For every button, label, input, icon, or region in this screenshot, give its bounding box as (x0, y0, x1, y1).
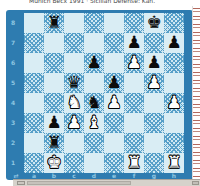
square-h8[interactable] (164, 13, 184, 33)
square-g1[interactable] (144, 153, 164, 173)
square-a6[interactable] (24, 53, 44, 73)
square-h2[interactable] (164, 133, 184, 153)
square-f6[interactable]: ♟ (124, 53, 144, 73)
white-knight[interactable]: ♞ (64, 93, 84, 113)
square-g3[interactable] (144, 113, 164, 133)
square-h5[interactable] (164, 73, 184, 93)
square-f8[interactable] (124, 13, 144, 33)
square-f1[interactable]: ♜ (124, 153, 144, 173)
horizontal-scrollbar[interactable] (13, 179, 200, 186)
square-c5[interactable]: ♛ (64, 73, 84, 93)
square-d6[interactable]: ♟ (84, 53, 104, 73)
square-f2[interactable] (124, 133, 144, 153)
square-d3[interactable]: ♝ (84, 113, 104, 133)
square-d5[interactable] (84, 73, 104, 93)
rank-label-7: 7 (6, 33, 20, 53)
square-a3[interactable] (24, 113, 44, 133)
square-d8[interactable] (84, 13, 104, 33)
black-pawn[interactable]: ♟ (144, 53, 164, 73)
square-c3[interactable]: ♟ (64, 113, 84, 133)
square-a8[interactable] (24, 13, 44, 33)
square-f5[interactable] (124, 73, 144, 93)
square-c4[interactable]: ♞ (64, 93, 84, 113)
rank-label-8: 8 (6, 13, 20, 33)
square-h3[interactable] (164, 113, 184, 133)
black-pawn[interactable]: ♟ (84, 53, 104, 73)
white-rook[interactable]: ♜ (124, 153, 144, 173)
white-pawn[interactable]: ♟ (124, 53, 144, 73)
square-e7[interactable] (104, 33, 124, 53)
white-pawn[interactable]: ♟ (144, 73, 164, 93)
rank-label-3: 3 (6, 113, 20, 133)
rank-label-5: 5 (6, 73, 20, 93)
square-e8[interactable] (104, 13, 124, 33)
moves-panel-clipped (192, 6, 200, 180)
black-pawn[interactable]: ♟ (124, 33, 144, 53)
square-a4[interactable] (24, 93, 44, 113)
square-b6[interactable] (44, 53, 64, 73)
square-d7[interactable] (84, 33, 104, 53)
white-pawn[interactable]: ♟ (164, 93, 184, 113)
square-g5[interactable]: ♟ (144, 73, 164, 93)
square-a2[interactable] (24, 133, 44, 153)
square-g6[interactable]: ♟ (144, 53, 164, 73)
square-f4[interactable] (124, 93, 144, 113)
square-g2[interactable] (144, 133, 164, 153)
black-pawn[interactable]: ♟ (164, 33, 184, 53)
square-c2[interactable] (64, 133, 84, 153)
black-pawn[interactable]: ♟ (44, 113, 64, 133)
black-pawn[interactable]: ♟ (104, 73, 124, 93)
rank-labels: 87654321 (6, 13, 24, 173)
black-rook[interactable]: ♜ (44, 133, 64, 153)
scrollbar-left-button[interactable] (17, 181, 25, 185)
square-b2[interactable]: ♜ (44, 133, 64, 153)
board-squares: ♜♚♟♟♟♟♟♛♟♟♞♞♟♟♟♟♝♜♚♜♜ (24, 13, 184, 173)
scrollbar-thumb[interactable] (27, 181, 131, 185)
square-e1[interactable] (104, 153, 124, 173)
square-b5[interactable] (44, 73, 64, 93)
square-h1[interactable]: ♜ (164, 153, 184, 173)
square-d4[interactable]: ♞ (84, 93, 104, 113)
square-e3[interactable] (104, 113, 124, 133)
white-pawn[interactable]: ♟ (64, 113, 84, 133)
square-h6[interactable] (164, 53, 184, 73)
square-f7[interactable]: ♟ (124, 33, 144, 53)
white-bishop[interactable]: ♝ (84, 113, 104, 133)
rank-label-4: 4 (6, 93, 20, 113)
square-g8[interactable]: ♚ (144, 13, 164, 33)
white-rook[interactable]: ♜ (164, 153, 184, 173)
square-c8[interactable] (64, 13, 84, 33)
square-a5[interactable] (24, 73, 44, 93)
white-king[interactable]: ♚ (44, 153, 64, 173)
rank-label-6: 6 (6, 53, 20, 73)
square-f3[interactable] (124, 113, 144, 133)
square-g7[interactable] (144, 33, 164, 53)
scrollbar-corner (192, 181, 199, 185)
square-b7[interactable] (44, 33, 64, 53)
game-title: Munich Becx 1991 · Sicilian Defense: Kan… (29, 0, 197, 6)
square-d2[interactable] (84, 133, 104, 153)
square-b1[interactable]: ♚ (44, 153, 64, 173)
rank-label-2: 2 (6, 133, 20, 153)
square-e4[interactable]: ♟ (104, 93, 124, 113)
black-rook[interactable]: ♜ (44, 13, 64, 33)
square-e2[interactable] (104, 133, 124, 153)
square-g4[interactable] (144, 93, 164, 113)
square-a7[interactable] (24, 33, 44, 53)
square-b4[interactable] (44, 93, 64, 113)
square-c6[interactable] (64, 53, 84, 73)
chess-board: 87654321 ♜♚♟♟♟♟♟♛♟♟♞♞♟♟♟♟♝♜♚♜♜ abcdefgh … (6, 10, 193, 180)
square-c7[interactable] (64, 33, 84, 53)
black-knight[interactable]: ♞ (84, 93, 104, 113)
rank-label-1: 1 (6, 153, 20, 173)
black-queen[interactable]: ♛ (64, 73, 84, 93)
square-c1[interactable] (64, 153, 84, 173)
square-b8[interactable]: ♜ (44, 13, 64, 33)
white-pawn[interactable]: ♟ (104, 93, 124, 113)
black-king[interactable]: ♚ (144, 13, 164, 33)
square-b3[interactable]: ♟ (44, 113, 64, 133)
square-h4[interactable]: ♟ (164, 93, 184, 113)
square-e6[interactable] (104, 53, 124, 73)
square-e5[interactable]: ♟ (104, 73, 124, 93)
square-a1[interactable] (24, 153, 44, 173)
square-d1[interactable] (84, 153, 104, 173)
square-h7[interactable]: ♟ (164, 33, 184, 53)
